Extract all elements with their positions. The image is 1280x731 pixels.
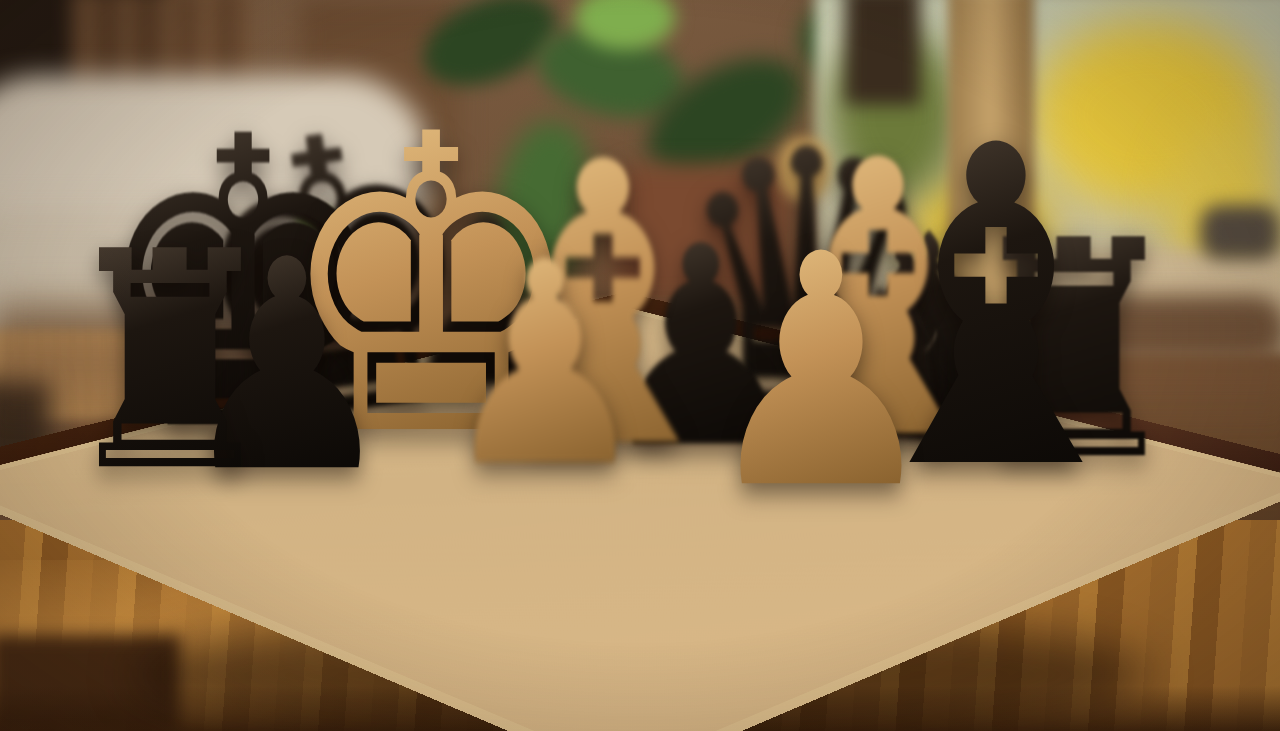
photo-scene: ⌐ Γ 4 L T H J 1 F 4 T 1 7 ♜♚♟♚♚♟♟♝♟♛♟♝♞♞… — [0, 0, 1280, 731]
piece-white-pawn[interactable]: ♟ — [701, 212, 942, 532]
piece-white-pawn[interactable]: ♟ — [440, 225, 651, 505]
piece-black-rook[interactable]: ♜ — [57, 213, 283, 513]
sill-object-blur — [1200, 205, 1280, 260]
